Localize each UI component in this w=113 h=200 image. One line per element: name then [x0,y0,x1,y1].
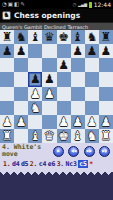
white-pawn: ♟ [30,87,41,101]
white-bishop: ♝ [72,129,83,143]
white-knight: ♞ [30,101,41,115]
square-f2[interactable]: ♟ [71,115,85,129]
square-b5[interactable] [14,72,28,86]
square-a8[interactable]: ♜ [0,30,14,44]
square-e7[interactable] [57,44,71,58]
white-pawn: ♟ [72,115,83,129]
black-pawn: ♟ [58,58,69,72]
square-f1[interactable]: ♝ [71,129,85,143]
square-f7[interactable]: ♟ [71,44,85,58]
square-e6[interactable]: ♟ [57,58,71,72]
white-pawn: ♟ [86,115,97,129]
square-b7[interactable]: ♟ [14,44,28,58]
opening-name-bar: Queen's Gambit Declined Tarrasch [0,22,113,30]
forward-button[interactable]: ▶▶ [84,146,95,157]
black-pawn: ♟ [30,72,41,86]
nav-buttons: ▶◀◀▶▶▶▮ [52,145,111,158]
black-pawn: ♟ [2,44,13,58]
square-g1[interactable]: ♞ [85,129,99,143]
move-list[interactable]: 1.d4d52.c4e63.Nc3c5* [2,158,111,169]
square-b1[interactable] [14,129,28,143]
square-g5[interactable] [85,72,99,86]
square-c2[interactable] [28,115,42,129]
black-pawn: ♟ [86,44,97,58]
square-f4[interactable] [71,87,85,101]
background-area [0,176,113,200]
play-button[interactable]: ▶ [53,146,64,157]
square-g2[interactable]: ♟ [85,115,99,129]
square-a2[interactable]: ♟ [0,115,14,129]
square-c8[interactable]: ♝ [28,30,42,44]
end-button[interactable]: ▶▮ [99,146,110,157]
move-token: 3. [57,160,64,168]
square-f8[interactable]: ♝ [71,30,85,44]
black-rook: ♜ [101,30,112,44]
square-e3[interactable] [57,101,71,115]
square-g7[interactable]: ♟ [85,44,99,58]
black-bishop: ♝ [72,30,83,44]
square-g8[interactable]: ♞ [85,30,99,44]
black-rook: ♜ [2,30,13,44]
status-time: 12:44 [94,0,111,9]
square-a5[interactable] [0,72,14,86]
black-pawn: ♟ [101,44,112,58]
square-a7[interactable]: ♟ [0,44,14,58]
white-rook: ♜ [101,129,112,143]
move-token[interactable]: d5 [21,160,28,168]
square-h5[interactable] [99,72,113,86]
square-h4[interactable] [99,87,113,101]
white-pawn: ♟ [101,115,112,129]
black-queen: ♛ [44,30,55,44]
battery-icon [89,2,93,8]
move-token[interactable]: Nc3 [66,160,77,168]
white-pawn: ♟ [58,115,69,129]
title-bar: ♞ Chess openings [0,9,113,22]
back-button[interactable]: ◀◀ [68,146,79,157]
white-rook: ♜ [2,129,13,143]
square-d5[interactable]: ♟ [42,72,56,86]
square-e5[interactable] [57,72,71,86]
square-b4[interactable] [14,87,28,101]
move-token[interactable]: d4 [12,160,19,168]
square-b3[interactable] [14,101,28,115]
black-knight: ♞ [86,30,97,44]
square-b6[interactable] [14,58,28,72]
square-f5[interactable] [71,72,85,86]
status-bar: ◔▣◧✎ ◷ ▂▄▆ 12:44 [0,0,113,9]
square-f3[interactable] [71,101,85,115]
square-b2[interactable]: ♟ [14,115,28,129]
square-h3[interactable] [99,101,113,115]
status-right-icons: ◷ [73,0,77,9]
square-e2[interactable]: ♟ [57,115,71,129]
square-d7[interactable] [42,44,56,58]
square-d8[interactable]: ♛ [42,30,56,44]
white-king: ♚ [58,129,69,143]
current-move[interactable]: c5 [78,160,87,168]
turn-indicator: 4. White's move [2,144,52,158]
black-pawn: ♟ [44,72,55,86]
square-h1[interactable]: ♜ [99,129,113,143]
square-e8[interactable]: ♚ [57,30,71,44]
white-queen: ♛ [44,129,55,143]
square-a1[interactable]: ♜ [0,129,14,143]
square-g4[interactable] [85,87,99,101]
phone-screen: ◔▣◧✎ ◷ ▂▄▆ 12:44 ♞ Chess openings Queen'… [0,0,113,200]
square-f6[interactable] [71,58,85,72]
square-c3[interactable]: ♞ [28,101,42,115]
square-c1[interactable]: ♝ [28,129,42,143]
signal-bars-icon: ▂▄▆ [78,0,87,9]
square-c5[interactable]: ♟ [28,72,42,86]
app-knight-icon: ♞ [2,11,11,20]
square-a3[interactable] [0,101,14,115]
square-h8[interactable]: ♜ [99,30,113,44]
move-token: * [89,160,93,168]
square-g3[interactable] [85,101,99,115]
square-b8[interactable]: ♞ [14,30,28,44]
square-g6[interactable] [85,58,99,72]
black-bishop: ♝ [30,30,41,44]
square-c7[interactable] [28,44,42,58]
status-left-icons: ◔▣◧✎ [2,0,26,9]
chess-board: ♜♞♝♛♚♝♞♜♟♟♟♟♟♟♟♟♟♟♞♟♟♟♟♟♟♜♝♛♚♝♞♜ [0,30,113,143]
square-h6[interactable] [99,58,113,72]
move-token[interactable]: e6 [48,160,55,168]
square-c4[interactable]: ♟ [28,87,42,101]
square-a4[interactable] [0,87,14,101]
white-pawn: ♟ [2,115,13,129]
black-king: ♚ [58,30,69,44]
move-token[interactable]: c4 [39,160,46,168]
move-token: 2. [30,160,37,168]
white-bishop: ♝ [30,129,41,143]
white-pawn: ♟ [16,115,27,129]
square-d3[interactable] [42,101,56,115]
control-panel: 4. White's move ▶◀◀▶▶▶▮ 1.d4d52.c4e63.Nc… [0,143,113,170]
move-token: 1. [3,160,10,168]
square-h2[interactable]: ♟ [99,115,113,129]
square-a6[interactable] [0,58,14,72]
white-pawn: ♟ [44,87,55,101]
square-c6[interactable] [28,58,42,72]
app-title: Chess openings [14,11,80,20]
black-knight: ♞ [16,30,27,44]
square-d2[interactable] [42,115,56,129]
black-pawn: ♟ [72,44,83,58]
white-knight: ♞ [86,129,97,143]
square-d4[interactable]: ♟ [42,87,56,101]
square-h7[interactable]: ♟ [99,44,113,58]
square-e4[interactable] [57,87,71,101]
square-d6[interactable] [42,58,56,72]
square-e1[interactable]: ♚ [57,129,71,143]
black-pawn: ♟ [16,44,27,58]
square-d1[interactable]: ♛ [42,129,56,143]
